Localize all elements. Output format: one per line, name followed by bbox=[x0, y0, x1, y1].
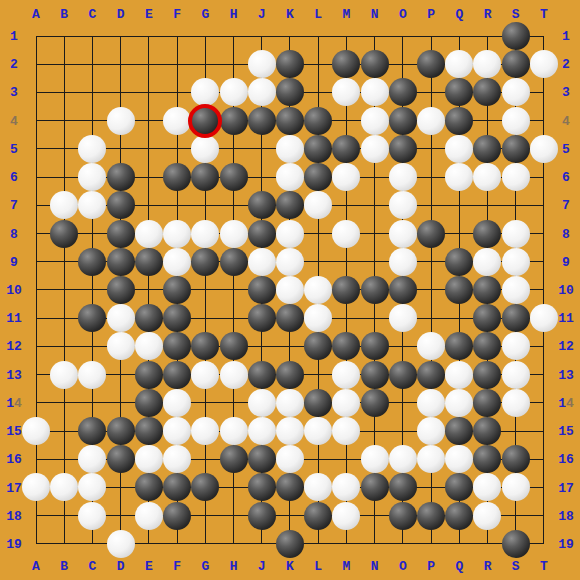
point-b1[interactable] bbox=[50, 22, 78, 50]
point-a7[interactable] bbox=[22, 191, 50, 219]
point-s5[interactable] bbox=[502, 135, 530, 163]
point-a14[interactable] bbox=[22, 389, 50, 417]
point-p7[interactable] bbox=[417, 191, 445, 219]
point-r11[interactable] bbox=[473, 304, 501, 332]
point-n18[interactable] bbox=[361, 502, 389, 530]
point-m13[interactable] bbox=[332, 361, 360, 389]
point-q4[interactable] bbox=[445, 107, 473, 135]
point-q2[interactable] bbox=[445, 50, 473, 78]
point-m10[interactable] bbox=[332, 276, 360, 304]
point-g3[interactable] bbox=[191, 78, 219, 106]
point-g18[interactable] bbox=[191, 502, 219, 530]
point-h19[interactable] bbox=[219, 530, 247, 558]
point-r18[interactable] bbox=[473, 502, 501, 530]
point-j14[interactable] bbox=[248, 389, 276, 417]
point-c10[interactable] bbox=[78, 276, 106, 304]
point-h11[interactable] bbox=[219, 304, 247, 332]
point-p1[interactable] bbox=[417, 22, 445, 50]
point-b7[interactable] bbox=[50, 191, 78, 219]
point-o9[interactable] bbox=[389, 248, 417, 276]
go-board[interactable] bbox=[22, 22, 558, 558]
point-t8[interactable] bbox=[530, 219, 558, 247]
point-a2[interactable] bbox=[22, 50, 50, 78]
point-c12[interactable] bbox=[78, 332, 106, 360]
point-b10[interactable] bbox=[50, 276, 78, 304]
point-l12[interactable] bbox=[304, 332, 332, 360]
point-h13[interactable] bbox=[219, 361, 247, 389]
point-m19[interactable] bbox=[332, 530, 360, 558]
point-f8[interactable] bbox=[163, 219, 191, 247]
point-k7[interactable] bbox=[276, 191, 304, 219]
point-j12[interactable] bbox=[248, 332, 276, 360]
point-k5[interactable] bbox=[276, 135, 304, 163]
point-l11[interactable] bbox=[304, 304, 332, 332]
point-e14[interactable] bbox=[135, 389, 163, 417]
point-h5[interactable] bbox=[219, 135, 247, 163]
point-o7[interactable] bbox=[389, 191, 417, 219]
point-h16[interactable] bbox=[219, 445, 247, 473]
point-k9[interactable] bbox=[276, 248, 304, 276]
point-n3[interactable] bbox=[361, 78, 389, 106]
point-p10[interactable] bbox=[417, 276, 445, 304]
point-g14[interactable] bbox=[191, 389, 219, 417]
point-j8[interactable] bbox=[248, 219, 276, 247]
point-c3[interactable] bbox=[78, 78, 106, 106]
point-s12[interactable] bbox=[502, 332, 530, 360]
point-s4[interactable] bbox=[502, 107, 530, 135]
point-f19[interactable] bbox=[163, 530, 191, 558]
point-d7[interactable] bbox=[107, 191, 135, 219]
point-t16[interactable] bbox=[530, 445, 558, 473]
point-b14[interactable] bbox=[50, 389, 78, 417]
point-k16[interactable] bbox=[276, 445, 304, 473]
point-t14[interactable] bbox=[530, 389, 558, 417]
point-d14[interactable] bbox=[107, 389, 135, 417]
point-q11[interactable] bbox=[445, 304, 473, 332]
point-j19[interactable] bbox=[248, 530, 276, 558]
point-b19[interactable] bbox=[50, 530, 78, 558]
point-f2[interactable] bbox=[163, 50, 191, 78]
point-o13[interactable] bbox=[389, 361, 417, 389]
point-n14[interactable] bbox=[361, 389, 389, 417]
point-j10[interactable] bbox=[248, 276, 276, 304]
point-h1[interactable] bbox=[219, 22, 247, 50]
point-p12[interactable] bbox=[417, 332, 445, 360]
point-k6[interactable] bbox=[276, 163, 304, 191]
point-a1[interactable] bbox=[22, 22, 50, 50]
point-m15[interactable] bbox=[332, 417, 360, 445]
point-d10[interactable] bbox=[107, 276, 135, 304]
point-f9[interactable] bbox=[163, 248, 191, 276]
point-a9[interactable] bbox=[22, 248, 50, 276]
point-g17[interactable] bbox=[191, 473, 219, 501]
point-t17[interactable] bbox=[530, 473, 558, 501]
point-t11[interactable] bbox=[530, 304, 558, 332]
point-l2[interactable] bbox=[304, 50, 332, 78]
point-b4[interactable] bbox=[50, 107, 78, 135]
point-q6[interactable] bbox=[445, 163, 473, 191]
point-l1[interactable] bbox=[304, 22, 332, 50]
point-m8[interactable] bbox=[332, 219, 360, 247]
point-s9[interactable] bbox=[502, 248, 530, 276]
point-t5[interactable] bbox=[530, 135, 558, 163]
point-l17[interactable] bbox=[304, 473, 332, 501]
point-a18[interactable] bbox=[22, 502, 50, 530]
point-a13[interactable] bbox=[22, 361, 50, 389]
point-o11[interactable] bbox=[389, 304, 417, 332]
point-s16[interactable] bbox=[502, 445, 530, 473]
point-a10[interactable] bbox=[22, 276, 50, 304]
point-j4[interactable] bbox=[248, 107, 276, 135]
point-q13[interactable] bbox=[445, 361, 473, 389]
point-d5[interactable] bbox=[107, 135, 135, 163]
point-d4[interactable] bbox=[107, 107, 135, 135]
point-o17[interactable] bbox=[389, 473, 417, 501]
point-o3[interactable] bbox=[389, 78, 417, 106]
point-b6[interactable] bbox=[50, 163, 78, 191]
point-q5[interactable] bbox=[445, 135, 473, 163]
point-r14[interactable] bbox=[473, 389, 501, 417]
point-c5[interactable] bbox=[78, 135, 106, 163]
point-q9[interactable] bbox=[445, 248, 473, 276]
point-o12[interactable] bbox=[389, 332, 417, 360]
point-c7[interactable] bbox=[78, 191, 106, 219]
point-g11[interactable] bbox=[191, 304, 219, 332]
point-c18[interactable] bbox=[78, 502, 106, 530]
point-g15[interactable] bbox=[191, 417, 219, 445]
point-l14[interactable] bbox=[304, 389, 332, 417]
point-t6[interactable] bbox=[530, 163, 558, 191]
point-q3[interactable] bbox=[445, 78, 473, 106]
point-n16[interactable] bbox=[361, 445, 389, 473]
point-h17[interactable] bbox=[219, 473, 247, 501]
point-o6[interactable] bbox=[389, 163, 417, 191]
point-f3[interactable] bbox=[163, 78, 191, 106]
point-s10[interactable] bbox=[502, 276, 530, 304]
point-k18[interactable] bbox=[276, 502, 304, 530]
point-p9[interactable] bbox=[417, 248, 445, 276]
point-r6[interactable] bbox=[473, 163, 501, 191]
point-k15[interactable] bbox=[276, 417, 304, 445]
point-g12[interactable] bbox=[191, 332, 219, 360]
point-k10[interactable] bbox=[276, 276, 304, 304]
point-l18[interactable] bbox=[304, 502, 332, 530]
point-m9[interactable] bbox=[332, 248, 360, 276]
point-p19[interactable] bbox=[417, 530, 445, 558]
point-k8[interactable] bbox=[276, 219, 304, 247]
point-j11[interactable] bbox=[248, 304, 276, 332]
point-q16[interactable] bbox=[445, 445, 473, 473]
point-g2[interactable] bbox=[191, 50, 219, 78]
point-b17[interactable] bbox=[50, 473, 78, 501]
point-l13[interactable] bbox=[304, 361, 332, 389]
point-t2[interactable] bbox=[530, 50, 558, 78]
point-g6[interactable] bbox=[191, 163, 219, 191]
point-s7[interactable] bbox=[502, 191, 530, 219]
point-s13[interactable] bbox=[502, 361, 530, 389]
point-h15[interactable] bbox=[219, 417, 247, 445]
point-s1[interactable] bbox=[502, 22, 530, 50]
point-c11[interactable] bbox=[78, 304, 106, 332]
point-j7[interactable] bbox=[248, 191, 276, 219]
point-n19[interactable] bbox=[361, 530, 389, 558]
point-a17[interactable] bbox=[22, 473, 50, 501]
point-d16[interactable] bbox=[107, 445, 135, 473]
point-e2[interactable] bbox=[135, 50, 163, 78]
point-n17[interactable] bbox=[361, 473, 389, 501]
point-b13[interactable] bbox=[50, 361, 78, 389]
point-p4[interactable] bbox=[417, 107, 445, 135]
point-p16[interactable] bbox=[417, 445, 445, 473]
point-k19[interactable] bbox=[276, 530, 304, 558]
point-a6[interactable] bbox=[22, 163, 50, 191]
point-p15[interactable] bbox=[417, 417, 445, 445]
point-d12[interactable] bbox=[107, 332, 135, 360]
point-q8[interactable] bbox=[445, 219, 473, 247]
point-o1[interactable] bbox=[389, 22, 417, 50]
point-m2[interactable] bbox=[332, 50, 360, 78]
point-o15[interactable] bbox=[389, 417, 417, 445]
point-g9[interactable] bbox=[191, 248, 219, 276]
point-h3[interactable] bbox=[219, 78, 247, 106]
point-r3[interactable] bbox=[473, 78, 501, 106]
point-g8[interactable] bbox=[191, 219, 219, 247]
point-t7[interactable] bbox=[530, 191, 558, 219]
point-e16[interactable] bbox=[135, 445, 163, 473]
point-n5[interactable] bbox=[361, 135, 389, 163]
point-m18[interactable] bbox=[332, 502, 360, 530]
point-m17[interactable] bbox=[332, 473, 360, 501]
point-q14[interactable] bbox=[445, 389, 473, 417]
point-c16[interactable] bbox=[78, 445, 106, 473]
point-c2[interactable] bbox=[78, 50, 106, 78]
point-s3[interactable] bbox=[502, 78, 530, 106]
point-g5[interactable] bbox=[191, 135, 219, 163]
point-n8[interactable] bbox=[361, 219, 389, 247]
point-n15[interactable] bbox=[361, 417, 389, 445]
point-r12[interactable] bbox=[473, 332, 501, 360]
point-h12[interactable] bbox=[219, 332, 247, 360]
point-j1[interactable] bbox=[248, 22, 276, 50]
point-j9[interactable] bbox=[248, 248, 276, 276]
point-t18[interactable] bbox=[530, 502, 558, 530]
point-k17[interactable] bbox=[276, 473, 304, 501]
point-c14[interactable] bbox=[78, 389, 106, 417]
point-g10[interactable] bbox=[191, 276, 219, 304]
point-t3[interactable] bbox=[530, 78, 558, 106]
point-r8[interactable] bbox=[473, 219, 501, 247]
point-l19[interactable] bbox=[304, 530, 332, 558]
point-e15[interactable] bbox=[135, 417, 163, 445]
point-r15[interactable] bbox=[473, 417, 501, 445]
point-m16[interactable] bbox=[332, 445, 360, 473]
point-e10[interactable] bbox=[135, 276, 163, 304]
point-c4[interactable] bbox=[78, 107, 106, 135]
point-e7[interactable] bbox=[135, 191, 163, 219]
point-h18[interactable] bbox=[219, 502, 247, 530]
point-e4[interactable] bbox=[135, 107, 163, 135]
point-j6[interactable] bbox=[248, 163, 276, 191]
point-f14[interactable] bbox=[163, 389, 191, 417]
point-p13[interactable] bbox=[417, 361, 445, 389]
point-n2[interactable] bbox=[361, 50, 389, 78]
point-j16[interactable] bbox=[248, 445, 276, 473]
point-c9[interactable] bbox=[78, 248, 106, 276]
point-p3[interactable] bbox=[417, 78, 445, 106]
point-c17[interactable] bbox=[78, 473, 106, 501]
point-d8[interactable] bbox=[107, 219, 135, 247]
point-a12[interactable] bbox=[22, 332, 50, 360]
point-n12[interactable] bbox=[361, 332, 389, 360]
point-h10[interactable] bbox=[219, 276, 247, 304]
point-k3[interactable] bbox=[276, 78, 304, 106]
point-q19[interactable] bbox=[445, 530, 473, 558]
point-o2[interactable] bbox=[389, 50, 417, 78]
point-f7[interactable] bbox=[163, 191, 191, 219]
point-m12[interactable] bbox=[332, 332, 360, 360]
point-s6[interactable] bbox=[502, 163, 530, 191]
point-h9[interactable] bbox=[219, 248, 247, 276]
point-e17[interactable] bbox=[135, 473, 163, 501]
point-q17[interactable] bbox=[445, 473, 473, 501]
point-h8[interactable] bbox=[219, 219, 247, 247]
point-o14[interactable] bbox=[389, 389, 417, 417]
point-l9[interactable] bbox=[304, 248, 332, 276]
point-g1[interactable] bbox=[191, 22, 219, 50]
point-s19[interactable] bbox=[502, 530, 530, 558]
point-r9[interactable] bbox=[473, 248, 501, 276]
point-k11[interactable] bbox=[276, 304, 304, 332]
point-k1[interactable] bbox=[276, 22, 304, 50]
point-m5[interactable] bbox=[332, 135, 360, 163]
point-p8[interactable] bbox=[417, 219, 445, 247]
point-e13[interactable] bbox=[135, 361, 163, 389]
point-m6[interactable] bbox=[332, 163, 360, 191]
point-g19[interactable] bbox=[191, 530, 219, 558]
point-e8[interactable] bbox=[135, 219, 163, 247]
point-o4[interactable] bbox=[389, 107, 417, 135]
point-r16[interactable] bbox=[473, 445, 501, 473]
point-n1[interactable] bbox=[361, 22, 389, 50]
point-l3[interactable] bbox=[304, 78, 332, 106]
point-p5[interactable] bbox=[417, 135, 445, 163]
point-q10[interactable] bbox=[445, 276, 473, 304]
point-t9[interactable] bbox=[530, 248, 558, 276]
point-c1[interactable] bbox=[78, 22, 106, 50]
point-c19[interactable] bbox=[78, 530, 106, 558]
point-l6[interactable] bbox=[304, 163, 332, 191]
point-o10[interactable] bbox=[389, 276, 417, 304]
point-h14[interactable] bbox=[219, 389, 247, 417]
point-j18[interactable] bbox=[248, 502, 276, 530]
point-b11[interactable] bbox=[50, 304, 78, 332]
point-b5[interactable] bbox=[50, 135, 78, 163]
point-m7[interactable] bbox=[332, 191, 360, 219]
point-g4[interactable] bbox=[191, 107, 219, 135]
point-f18[interactable] bbox=[163, 502, 191, 530]
point-f12[interactable] bbox=[163, 332, 191, 360]
point-j15[interactable] bbox=[248, 417, 276, 445]
point-d9[interactable] bbox=[107, 248, 135, 276]
point-a16[interactable] bbox=[22, 445, 50, 473]
point-e18[interactable] bbox=[135, 502, 163, 530]
point-r5[interactable] bbox=[473, 135, 501, 163]
point-s17[interactable] bbox=[502, 473, 530, 501]
point-p2[interactable] bbox=[417, 50, 445, 78]
point-e5[interactable] bbox=[135, 135, 163, 163]
point-f17[interactable] bbox=[163, 473, 191, 501]
point-p11[interactable] bbox=[417, 304, 445, 332]
point-a19[interactable] bbox=[22, 530, 50, 558]
point-p6[interactable] bbox=[417, 163, 445, 191]
point-f11[interactable] bbox=[163, 304, 191, 332]
point-d3[interactable] bbox=[107, 78, 135, 106]
point-k2[interactable] bbox=[276, 50, 304, 78]
point-a15[interactable] bbox=[22, 417, 50, 445]
point-f15[interactable] bbox=[163, 417, 191, 445]
point-s8[interactable] bbox=[502, 219, 530, 247]
point-t4[interactable] bbox=[530, 107, 558, 135]
point-j3[interactable] bbox=[248, 78, 276, 106]
point-m4[interactable] bbox=[332, 107, 360, 135]
point-d17[interactable] bbox=[107, 473, 135, 501]
point-f1[interactable] bbox=[163, 22, 191, 50]
point-l10[interactable] bbox=[304, 276, 332, 304]
point-d11[interactable] bbox=[107, 304, 135, 332]
point-d18[interactable] bbox=[107, 502, 135, 530]
point-t15[interactable] bbox=[530, 417, 558, 445]
point-o5[interactable] bbox=[389, 135, 417, 163]
point-r19[interactable] bbox=[473, 530, 501, 558]
point-s11[interactable] bbox=[502, 304, 530, 332]
point-a5[interactable] bbox=[22, 135, 50, 163]
point-d15[interactable] bbox=[107, 417, 135, 445]
point-m11[interactable] bbox=[332, 304, 360, 332]
point-t10[interactable] bbox=[530, 276, 558, 304]
point-s14[interactable] bbox=[502, 389, 530, 417]
point-a3[interactable] bbox=[22, 78, 50, 106]
point-b15[interactable] bbox=[50, 417, 78, 445]
point-c6[interactable] bbox=[78, 163, 106, 191]
point-q12[interactable] bbox=[445, 332, 473, 360]
point-n6[interactable] bbox=[361, 163, 389, 191]
point-r2[interactable] bbox=[473, 50, 501, 78]
point-f5[interactable] bbox=[163, 135, 191, 163]
point-o8[interactable] bbox=[389, 219, 417, 247]
point-k12[interactable] bbox=[276, 332, 304, 360]
point-l4[interactable] bbox=[304, 107, 332, 135]
point-p18[interactable] bbox=[417, 502, 445, 530]
point-c13[interactable] bbox=[78, 361, 106, 389]
point-t19[interactable] bbox=[530, 530, 558, 558]
point-t1[interactable] bbox=[530, 22, 558, 50]
point-m1[interactable] bbox=[332, 22, 360, 50]
point-q1[interactable] bbox=[445, 22, 473, 50]
point-b16[interactable] bbox=[50, 445, 78, 473]
point-d13[interactable] bbox=[107, 361, 135, 389]
point-r17[interactable] bbox=[473, 473, 501, 501]
point-n7[interactable] bbox=[361, 191, 389, 219]
point-g13[interactable] bbox=[191, 361, 219, 389]
point-e6[interactable] bbox=[135, 163, 163, 191]
point-h7[interactable] bbox=[219, 191, 247, 219]
point-r13[interactable] bbox=[473, 361, 501, 389]
point-n4[interactable] bbox=[361, 107, 389, 135]
point-b8[interactable] bbox=[50, 219, 78, 247]
point-j2[interactable] bbox=[248, 50, 276, 78]
point-j17[interactable] bbox=[248, 473, 276, 501]
point-f6[interactable] bbox=[163, 163, 191, 191]
